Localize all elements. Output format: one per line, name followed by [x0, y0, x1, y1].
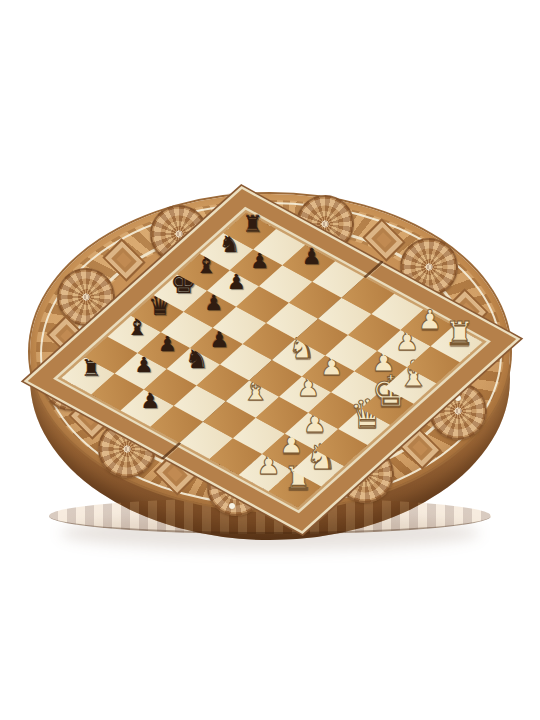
product-photo: ♜♝♛♚♝♞♜♟♟♟♟♟♟♞♟♟♝♞♟♟♟♟♟♟♟♟♜♞♛♚♝♜	[0, 0, 540, 720]
bone-inlay-dot	[229, 503, 235, 509]
bone-inlay-dot	[455, 395, 461, 401]
rosette-carving-icon	[400, 238, 458, 296]
rosette-carving-icon	[429, 382, 487, 440]
rosette-carving-icon	[98, 420, 156, 478]
